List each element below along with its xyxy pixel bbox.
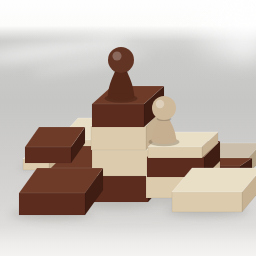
- dark-pawn: [105, 47, 138, 103]
- blocks-and-pawns-canvas: [0, 0, 256, 256]
- wooden-blocks-podium-scene: [0, 0, 256, 256]
- block-front-left-dark-block: [19, 168, 103, 215]
